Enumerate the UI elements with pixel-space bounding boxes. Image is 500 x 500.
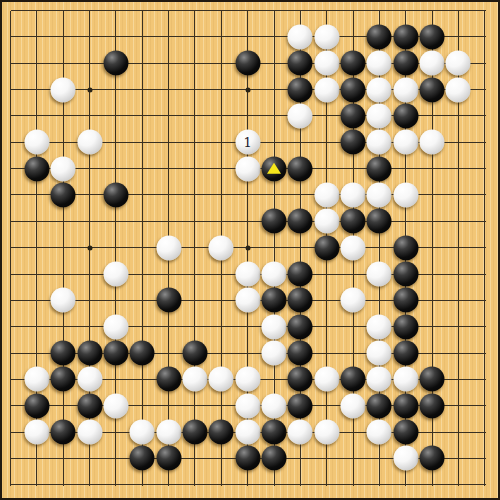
grid-line bbox=[484, 11, 485, 486]
white-stone bbox=[288, 420, 313, 445]
black-stone bbox=[420, 446, 445, 471]
grid-line bbox=[11, 221, 486, 222]
black-stone bbox=[24, 393, 49, 418]
black-stone bbox=[288, 262, 313, 287]
white-stone bbox=[235, 420, 260, 445]
white-stone bbox=[235, 367, 260, 392]
white-stone bbox=[314, 24, 339, 49]
white-stone bbox=[393, 130, 418, 155]
black-stone bbox=[393, 393, 418, 418]
black-stone bbox=[182, 341, 207, 366]
white-stone bbox=[288, 103, 313, 128]
white-stone bbox=[314, 209, 339, 234]
black-stone bbox=[393, 341, 418, 366]
black-stone bbox=[288, 51, 313, 76]
black-stone bbox=[393, 103, 418, 128]
triangle-marker bbox=[267, 162, 281, 173]
white-stone bbox=[235, 288, 260, 313]
black-stone bbox=[130, 446, 155, 471]
grid-line bbox=[11, 10, 486, 11]
white-stone bbox=[341, 235, 366, 260]
white-stone bbox=[209, 367, 234, 392]
black-stone bbox=[77, 341, 102, 366]
go-game-screenshot: 1 bbox=[0, 0, 500, 500]
white-stone bbox=[367, 262, 392, 287]
black-stone bbox=[262, 209, 287, 234]
star-point bbox=[87, 87, 92, 92]
white-stone bbox=[314, 182, 339, 207]
star-point bbox=[245, 87, 250, 92]
black-stone bbox=[288, 341, 313, 366]
grid-line bbox=[10, 11, 11, 486]
star-point bbox=[87, 245, 92, 250]
white-stone bbox=[103, 314, 128, 339]
white-stone bbox=[314, 420, 339, 445]
black-stone bbox=[420, 77, 445, 102]
white-stone bbox=[367, 182, 392, 207]
black-stone bbox=[262, 288, 287, 313]
black-stone bbox=[288, 156, 313, 181]
black-stone bbox=[341, 77, 366, 102]
black-stone bbox=[288, 367, 313, 392]
white-stone bbox=[156, 420, 181, 445]
black-stone bbox=[262, 446, 287, 471]
black-stone bbox=[51, 341, 76, 366]
black-stone bbox=[288, 77, 313, 102]
black-stone bbox=[156, 367, 181, 392]
white-stone bbox=[446, 51, 471, 76]
white-stone bbox=[77, 367, 102, 392]
white-stone bbox=[24, 420, 49, 445]
white-stone bbox=[367, 314, 392, 339]
white-stone bbox=[51, 77, 76, 102]
white-stone bbox=[288, 24, 313, 49]
white-stone bbox=[446, 77, 471, 102]
black-stone bbox=[51, 182, 76, 207]
black-stone bbox=[393, 262, 418, 287]
white-stone bbox=[341, 288, 366, 313]
black-stone bbox=[341, 103, 366, 128]
black-stone bbox=[367, 393, 392, 418]
white-stone bbox=[262, 314, 287, 339]
white-stone bbox=[341, 182, 366, 207]
black-stone bbox=[420, 367, 445, 392]
white-stone bbox=[103, 262, 128, 287]
white-stone bbox=[393, 77, 418, 102]
white-stone bbox=[235, 393, 260, 418]
grid-line bbox=[194, 11, 195, 486]
white-stone bbox=[393, 182, 418, 207]
black-stone bbox=[51, 367, 76, 392]
black-stone bbox=[156, 288, 181, 313]
white-stone bbox=[182, 367, 207, 392]
white-stone bbox=[393, 446, 418, 471]
white-stone bbox=[314, 51, 339, 76]
white-stone bbox=[24, 367, 49, 392]
black-stone bbox=[288, 288, 313, 313]
black-stone bbox=[341, 130, 366, 155]
white-stone bbox=[51, 288, 76, 313]
black-stone bbox=[393, 288, 418, 313]
white-stone bbox=[420, 130, 445, 155]
white-stone bbox=[393, 367, 418, 392]
black-stone bbox=[314, 235, 339, 260]
move-number-label: 1 bbox=[244, 136, 252, 149]
black-stone bbox=[130, 341, 155, 366]
black-stone bbox=[103, 341, 128, 366]
black-stone bbox=[341, 51, 366, 76]
black-stone bbox=[24, 156, 49, 181]
white-stone bbox=[367, 420, 392, 445]
black-stone bbox=[209, 420, 234, 445]
black-stone bbox=[235, 51, 260, 76]
grid-line bbox=[142, 11, 143, 486]
black-stone bbox=[288, 393, 313, 418]
white-stone bbox=[367, 51, 392, 76]
black-stone bbox=[393, 314, 418, 339]
star-point bbox=[245, 245, 250, 250]
black-stone bbox=[367, 209, 392, 234]
white-stone bbox=[341, 393, 366, 418]
black-stone bbox=[367, 156, 392, 181]
white-stone bbox=[77, 130, 102, 155]
white-stone bbox=[262, 262, 287, 287]
black-stone bbox=[393, 51, 418, 76]
black-stone bbox=[182, 420, 207, 445]
white-stone bbox=[367, 367, 392, 392]
black-stone bbox=[103, 51, 128, 76]
go-board[interactable]: 1 bbox=[0, 0, 500, 500]
black-stone bbox=[77, 393, 102, 418]
white-stone bbox=[367, 341, 392, 366]
black-stone bbox=[288, 209, 313, 234]
black-stone bbox=[393, 420, 418, 445]
black-stone bbox=[367, 24, 392, 49]
white-stone bbox=[367, 103, 392, 128]
black-stone bbox=[103, 182, 128, 207]
black-stone bbox=[262, 420, 287, 445]
white-stone bbox=[103, 393, 128, 418]
white-stone bbox=[235, 262, 260, 287]
white-stone bbox=[24, 130, 49, 155]
black-stone bbox=[393, 235, 418, 260]
white-stone bbox=[156, 235, 181, 260]
black-stone bbox=[235, 446, 260, 471]
white-stone bbox=[262, 393, 287, 418]
white-stone bbox=[367, 130, 392, 155]
black-stone bbox=[420, 393, 445, 418]
white-stone bbox=[77, 420, 102, 445]
black-stone bbox=[420, 24, 445, 49]
white-stone bbox=[314, 77, 339, 102]
white-stone bbox=[235, 156, 260, 181]
white-stone bbox=[367, 77, 392, 102]
grid-line bbox=[11, 484, 486, 485]
black-stone bbox=[341, 209, 366, 234]
black-stone bbox=[156, 446, 181, 471]
white-stone bbox=[209, 235, 234, 260]
white-stone bbox=[314, 367, 339, 392]
white-stone bbox=[51, 156, 76, 181]
black-stone bbox=[393, 24, 418, 49]
black-stone bbox=[51, 420, 76, 445]
white-stone bbox=[262, 341, 287, 366]
black-stone bbox=[288, 314, 313, 339]
white-stone bbox=[420, 51, 445, 76]
white-stone bbox=[130, 420, 155, 445]
black-stone bbox=[341, 367, 366, 392]
